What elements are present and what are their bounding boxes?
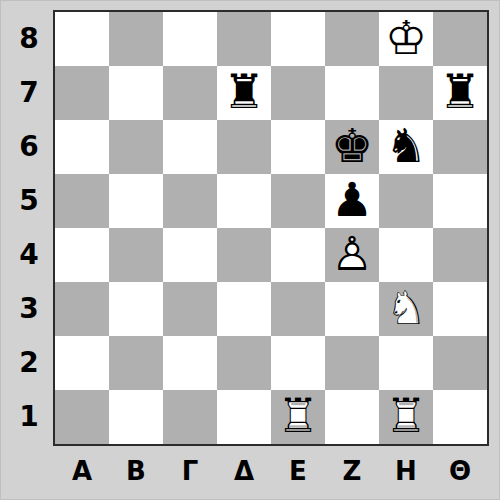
square-b1[interactable]	[109, 390, 163, 444]
square-c5[interactable]	[163, 174, 217, 228]
file-labels: ΑΒΓΔΕΖΗΘ	[55, 452, 487, 490]
square-g2[interactable]	[379, 336, 433, 390]
square-b5[interactable]	[109, 174, 163, 228]
piece-black-pawn[interactable]: ♟	[325, 174, 379, 228]
square-h3[interactable]	[433, 282, 487, 336]
square-f7[interactable]	[325, 66, 379, 120]
piece-fill: ♜	[217, 66, 271, 120]
square-e2[interactable]	[271, 336, 325, 390]
square-d2[interactable]	[217, 336, 271, 390]
square-a3[interactable]	[55, 282, 109, 336]
square-c1[interactable]	[163, 390, 217, 444]
square-h2[interactable]	[433, 336, 487, 390]
rank-label-4: 4	[12, 228, 46, 282]
file-label-f: Ζ	[325, 452, 379, 490]
file-label-e: Ε	[271, 452, 325, 490]
square-f1[interactable]	[325, 390, 379, 444]
square-h7[interactable]: ♜	[433, 66, 487, 120]
piece-white-king[interactable]: ♚♔	[379, 12, 433, 66]
square-h6[interactable]	[433, 120, 487, 174]
piece-outline: ♔	[379, 12, 433, 66]
file-label-b: Β	[109, 452, 163, 490]
square-g4[interactable]	[379, 228, 433, 282]
square-b7[interactable]	[109, 66, 163, 120]
square-f2[interactable]	[325, 336, 379, 390]
rank-label-5: 5	[12, 174, 46, 228]
square-e1[interactable]: ♜♖	[271, 390, 325, 444]
file-label-a: Α	[55, 452, 109, 490]
file-label-c: Γ	[163, 452, 217, 490]
square-c3[interactable]	[163, 282, 217, 336]
square-f4[interactable]: ♟♙	[325, 228, 379, 282]
square-c7[interactable]	[163, 66, 217, 120]
diagram-frame: 87654321 ♚♔♜♜♚♞♟♟♙♞♘♜♖♜♖ ΑΒΓΔΕΖΗΘ	[0, 0, 500, 500]
piece-outline: ♖	[271, 390, 325, 444]
square-d8[interactable]	[217, 12, 271, 66]
square-h5[interactable]	[433, 174, 487, 228]
square-h8[interactable]	[433, 12, 487, 66]
file-label-g: Η	[379, 452, 433, 490]
square-a5[interactable]	[55, 174, 109, 228]
piece-outline: ♘	[379, 282, 433, 336]
piece-outline: ♖	[379, 390, 433, 444]
square-e7[interactable]	[271, 66, 325, 120]
rank-label-3: 3	[12, 282, 46, 336]
square-g7[interactable]	[379, 66, 433, 120]
square-a2[interactable]	[55, 336, 109, 390]
rank-label-1: 1	[12, 390, 46, 444]
piece-fill: ♟	[325, 174, 379, 228]
piece-outline: ♙	[325, 228, 379, 282]
square-d1[interactable]	[217, 390, 271, 444]
piece-black-knight[interactable]: ♞	[379, 120, 433, 174]
square-e6[interactable]	[271, 120, 325, 174]
square-a8[interactable]	[55, 12, 109, 66]
square-d5[interactable]	[217, 174, 271, 228]
square-g3[interactable]: ♞♘	[379, 282, 433, 336]
square-g8[interactable]: ♚♔	[379, 12, 433, 66]
square-g1[interactable]: ♜♖	[379, 390, 433, 444]
square-e5[interactable]	[271, 174, 325, 228]
square-d4[interactable]	[217, 228, 271, 282]
square-d6[interactable]	[217, 120, 271, 174]
piece-white-pawn[interactable]: ♟♙	[325, 228, 379, 282]
piece-white-knight[interactable]: ♞♘	[379, 282, 433, 336]
square-f3[interactable]	[325, 282, 379, 336]
square-b2[interactable]	[109, 336, 163, 390]
square-h4[interactable]	[433, 228, 487, 282]
square-b3[interactable]	[109, 282, 163, 336]
file-label-h: Θ	[433, 452, 487, 490]
rank-label-8: 8	[12, 12, 46, 66]
square-c2[interactable]	[163, 336, 217, 390]
square-b4[interactable]	[109, 228, 163, 282]
file-label-d: Δ	[217, 452, 271, 490]
piece-black-rook[interactable]: ♜	[433, 66, 487, 120]
square-c8[interactable]	[163, 12, 217, 66]
rank-label-7: 7	[12, 66, 46, 120]
rank-labels: 87654321	[12, 12, 46, 444]
square-a6[interactable]	[55, 120, 109, 174]
piece-fill: ♞	[379, 120, 433, 174]
square-b6[interactable]	[109, 120, 163, 174]
square-d3[interactable]	[217, 282, 271, 336]
square-c6[interactable]	[163, 120, 217, 174]
rank-label-2: 2	[12, 336, 46, 390]
square-e3[interactable]	[271, 282, 325, 336]
piece-fill: ♜	[433, 66, 487, 120]
square-g5[interactable]	[379, 174, 433, 228]
square-a4[interactable]	[55, 228, 109, 282]
square-f8[interactable]	[325, 12, 379, 66]
square-a1[interactable]	[55, 390, 109, 444]
square-e8[interactable]	[271, 12, 325, 66]
square-e4[interactable]	[271, 228, 325, 282]
square-b8[interactable]	[109, 12, 163, 66]
square-d7[interactable]: ♜	[217, 66, 271, 120]
square-a7[interactable]	[55, 66, 109, 120]
square-g6[interactable]: ♞	[379, 120, 433, 174]
chess-board: ♚♔♜♜♚♞♟♟♙♞♘♜♖♜♖	[53, 10, 489, 446]
square-h1[interactable]	[433, 390, 487, 444]
piece-black-rook[interactable]: ♜	[217, 66, 271, 120]
piece-white-rook[interactable]: ♜♖	[379, 390, 433, 444]
piece-black-king[interactable]: ♚	[325, 120, 379, 174]
square-c4[interactable]	[163, 228, 217, 282]
piece-white-rook[interactable]: ♜♖	[271, 390, 325, 444]
square-f5[interactable]: ♟	[325, 174, 379, 228]
square-f6[interactable]: ♚	[325, 120, 379, 174]
piece-fill: ♚	[325, 120, 379, 174]
rank-label-6: 6	[12, 120, 46, 174]
